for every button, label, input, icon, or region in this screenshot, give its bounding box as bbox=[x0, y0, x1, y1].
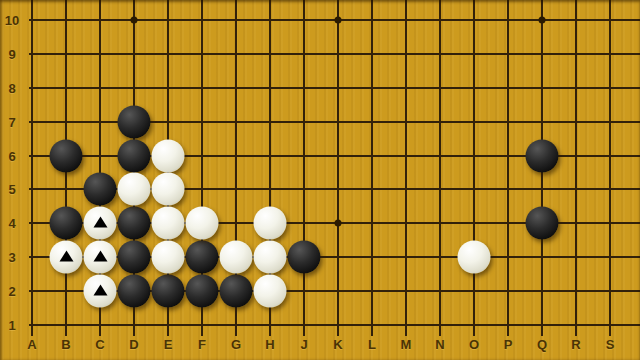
stone-white-E5[interactable] bbox=[152, 173, 185, 206]
stone-black-G2[interactable] bbox=[220, 275, 253, 308]
stone-black-B4[interactable] bbox=[50, 207, 83, 240]
stone-white-E6[interactable] bbox=[152, 139, 185, 172]
row-label-8: 8 bbox=[8, 80, 15, 95]
stone-black-D6[interactable] bbox=[118, 139, 151, 172]
grid-line-horizontal-8 bbox=[29, 87, 640, 89]
row-label-6: 6 bbox=[8, 148, 15, 163]
row-label-5: 5 bbox=[8, 182, 15, 197]
row-label-9: 9 bbox=[8, 46, 15, 61]
stone-black-D3[interactable] bbox=[118, 241, 151, 274]
star-point-K10 bbox=[335, 16, 342, 23]
grid-line-vertical-P bbox=[507, 0, 509, 336]
column-label-J: J bbox=[300, 337, 307, 352]
triangle-mark-B3 bbox=[59, 251, 73, 262]
grid-line-horizontal-9 bbox=[29, 53, 640, 55]
row-label-3: 3 bbox=[8, 250, 15, 265]
stone-black-E2[interactable] bbox=[152, 275, 185, 308]
column-label-L: L bbox=[368, 337, 376, 352]
stone-black-F2[interactable] bbox=[186, 275, 219, 308]
column-label-G: G bbox=[231, 337, 241, 352]
column-label-C: C bbox=[95, 337, 104, 352]
stone-white-C2[interactable] bbox=[84, 275, 117, 308]
column-label-A: A bbox=[27, 337, 36, 352]
stone-white-H4[interactable] bbox=[254, 207, 287, 240]
grid-line-vertical-O bbox=[473, 0, 475, 336]
star-point-D10 bbox=[131, 16, 138, 23]
star-point-K4 bbox=[335, 220, 342, 227]
stone-black-J3[interactable] bbox=[288, 241, 321, 274]
grid-line-vertical-K bbox=[337, 0, 339, 336]
stone-white-E3[interactable] bbox=[152, 241, 185, 274]
column-label-R: R bbox=[571, 337, 580, 352]
column-label-S: S bbox=[606, 337, 615, 352]
row-label-4: 4 bbox=[8, 216, 15, 231]
row-label-1: 1 bbox=[8, 318, 15, 333]
column-label-H: H bbox=[265, 337, 274, 352]
stone-black-D4[interactable] bbox=[118, 207, 151, 240]
stone-black-F3[interactable] bbox=[186, 241, 219, 274]
grid-line-vertical-S bbox=[609, 0, 611, 336]
stone-white-O3[interactable] bbox=[458, 241, 491, 274]
stone-white-F4[interactable] bbox=[186, 207, 219, 240]
column-label-K: K bbox=[333, 337, 342, 352]
grid-line-vertical-J bbox=[303, 0, 305, 336]
stone-white-C4[interactable] bbox=[84, 207, 117, 240]
stone-black-Q4[interactable] bbox=[526, 207, 559, 240]
go-diagram: 10987654321ABCDEFGHJKLMNOPQRS bbox=[0, 0, 640, 360]
column-label-D: D bbox=[129, 337, 138, 352]
grid-line-vertical-M bbox=[405, 0, 407, 336]
stone-black-D7[interactable] bbox=[118, 105, 151, 138]
row-label-2: 2 bbox=[8, 284, 15, 299]
stone-white-E4[interactable] bbox=[152, 207, 185, 240]
stone-white-H3[interactable] bbox=[254, 241, 287, 274]
stone-white-B3[interactable] bbox=[50, 241, 83, 274]
column-label-Q: Q bbox=[537, 337, 547, 352]
grid-line-vertical-R bbox=[575, 0, 577, 336]
stone-white-D5[interactable] bbox=[118, 173, 151, 206]
grid-line-vertical-L bbox=[371, 0, 373, 336]
column-label-F: F bbox=[198, 337, 206, 352]
stone-black-D2[interactable] bbox=[118, 275, 151, 308]
grid-line-vertical-N bbox=[439, 0, 441, 336]
star-point-Q10 bbox=[539, 16, 546, 23]
grid-line-horizontal-10 bbox=[29, 19, 640, 21]
column-label-B: B bbox=[61, 337, 70, 352]
row-label-10: 10 bbox=[5, 12, 19, 27]
stone-white-C3[interactable] bbox=[84, 241, 117, 274]
triangle-mark-C2 bbox=[93, 285, 107, 296]
column-label-N: N bbox=[435, 337, 444, 352]
stone-black-B6[interactable] bbox=[50, 139, 83, 172]
triangle-mark-C3 bbox=[93, 251, 107, 262]
grid-line-horizontal-1 bbox=[29, 324, 640, 326]
column-label-O: O bbox=[469, 337, 479, 352]
stone-white-H2[interactable] bbox=[254, 275, 287, 308]
stone-black-C5[interactable] bbox=[84, 173, 117, 206]
go-board[interactable]: 10987654321ABCDEFGHJKLMNOPQRS bbox=[0, 0, 640, 360]
row-label-7: 7 bbox=[8, 114, 15, 129]
grid-line-vertical-A bbox=[31, 0, 33, 336]
stone-black-Q6[interactable] bbox=[526, 139, 559, 172]
column-label-P: P bbox=[504, 337, 513, 352]
column-label-M: M bbox=[401, 337, 412, 352]
stone-white-G3[interactable] bbox=[220, 241, 253, 274]
triangle-mark-C4 bbox=[93, 217, 107, 228]
column-label-E: E bbox=[164, 337, 173, 352]
